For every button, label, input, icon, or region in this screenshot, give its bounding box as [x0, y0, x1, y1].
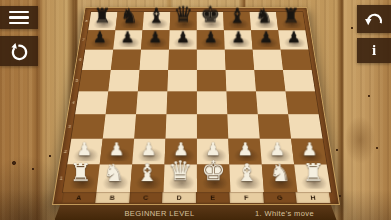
square-h7[interactable]: ♟: [278, 30, 308, 49]
square-a5[interactable]: [78, 70, 110, 92]
square-e5[interactable]: [196, 70, 226, 92]
difficulty-level-label: BEGINNER LEVEL: [124, 208, 194, 217]
square-d7[interactable]: ♟: [168, 30, 196, 49]
move-indicator-label: 1. White's move: [255, 208, 314, 217]
square-a6[interactable]: [82, 49, 113, 69]
black-knight[interactable]: ♞: [250, 6, 277, 26]
file-label-f: F: [229, 192, 263, 203]
file-label-d: D: [162, 192, 196, 203]
chess-board: ♜♞♝♛♚♝♞♜♟♟♟♟♟♟♟♟♟♟♟♟♟♟♟♟♜♞♝♛♚♝♞♜ 8765432…: [52, 7, 340, 205]
file-labels: ABCDEFGH: [61, 192, 330, 203]
square-d3[interactable]: [165, 114, 196, 138]
black-rook[interactable]: ♜: [277, 6, 304, 26]
square-g4[interactable]: [255, 91, 287, 114]
square-g3[interactable]: [257, 114, 290, 138]
square-b3[interactable]: [102, 114, 135, 138]
hamburger-bar: [9, 16, 29, 19]
square-a3[interactable]: [71, 114, 105, 138]
square-d4[interactable]: [166, 91, 196, 114]
chess-app-screen: ♜♞♝♛♚♝♞♜♟♟♟♟♟♟♟♟♟♟♟♟♟♟♟♟♜♞♝♛♚♝♞♜ 8765432…: [0, 0, 391, 220]
menu-button[interactable]: [0, 6, 38, 29]
black-knight[interactable]: ♞: [115, 6, 142, 26]
file-label-b: B: [94, 192, 129, 203]
white-pawn[interactable]: ♟: [100, 140, 132, 158]
square-h3[interactable]: [288, 114, 322, 138]
black-queen[interactable]: ♛: [169, 4, 196, 26]
black-king[interactable]: ♚: [196, 4, 223, 26]
white-knight[interactable]: ♞: [97, 161, 130, 185]
white-knight[interactable]: ♞: [263, 161, 296, 185]
black-pawn[interactable]: ♟: [85, 29, 113, 44]
square-g1[interactable]: ♞: [261, 165, 297, 193]
square-d5[interactable]: [167, 70, 197, 92]
info-button[interactable]: i: [357, 38, 391, 63]
file-label-c: C: [128, 192, 162, 203]
square-a7[interactable]: ♟: [85, 30, 115, 49]
file-label-h: H: [295, 192, 330, 203]
white-rook[interactable]: ♜: [64, 161, 97, 185]
square-b4[interactable]: [105, 91, 137, 114]
undo-move-button[interactable]: [357, 5, 391, 33]
square-h4[interactable]: [285, 91, 318, 114]
square-g7[interactable]: ♟: [251, 30, 280, 49]
black-pawn[interactable]: ♟: [252, 29, 280, 44]
hamburger-bar: [9, 22, 29, 25]
square-h6[interactable]: [280, 49, 311, 69]
white-pawn[interactable]: ♟: [293, 140, 325, 158]
white-bishop[interactable]: ♝: [130, 161, 163, 185]
black-pawn[interactable]: ♟: [196, 29, 224, 44]
square-e6[interactable]: [196, 49, 225, 69]
hamburger-menu-icon: [9, 11, 29, 25]
black-rook[interactable]: ♜: [88, 6, 115, 26]
rotate-board-button[interactable]: [0, 36, 38, 66]
file-label-g: G: [262, 192, 297, 203]
white-pawn[interactable]: ♟: [261, 140, 293, 158]
square-h1[interactable]: ♜: [294, 165, 331, 193]
square-c7[interactable]: ♟: [141, 30, 170, 49]
square-c5[interactable]: [137, 70, 167, 92]
status-bar: BEGINNER LEVEL 1. White's move: [55, 205, 337, 220]
square-a4[interactable]: [75, 91, 108, 114]
square-f3[interactable]: [227, 114, 259, 138]
square-c3[interactable]: [134, 114, 166, 138]
black-pawn[interactable]: ♟: [279, 29, 307, 44]
square-c6[interactable]: [139, 49, 168, 69]
white-king[interactable]: ♚: [196, 158, 229, 185]
square-e7[interactable]: ♟: [196, 30, 224, 49]
black-pawn[interactable]: ♟: [169, 29, 197, 44]
square-b6[interactable]: [110, 49, 140, 69]
square-b7[interactable]: ♟: [113, 30, 142, 49]
square-f1[interactable]: ♝: [229, 165, 264, 193]
white-pawn[interactable]: ♟: [68, 140, 100, 158]
black-pawn[interactable]: ♟: [224, 29, 252, 44]
undo-move-icon: [364, 9, 385, 30]
board-grid: ♜♞♝♛♚♝♞♜♟♟♟♟♟♟♟♟♟♟♟♟♟♟♟♟♜♞♝♛♚♝♞♜: [62, 12, 330, 192]
square-e1[interactable]: ♚: [196, 165, 230, 193]
square-d1[interactable]: ♛: [163, 165, 196, 193]
square-c1[interactable]: ♝: [129, 165, 164, 193]
white-pawn[interactable]: ♟: [132, 140, 164, 158]
square-e4[interactable]: [196, 91, 226, 114]
white-pawn[interactable]: ♟: [229, 140, 261, 158]
info-icon: i: [372, 43, 376, 58]
square-g5[interactable]: [254, 70, 285, 92]
white-rook[interactable]: ♜: [296, 161, 329, 185]
square-f6[interactable]: [224, 49, 254, 69]
square-d6[interactable]: [168, 49, 197, 69]
square-b1[interactable]: ♞: [96, 165, 132, 193]
black-pawn[interactable]: ♟: [113, 29, 141, 44]
rotate-board-icon: [9, 41, 30, 62]
white-queen[interactable]: ♛: [163, 158, 196, 185]
hamburger-bar: [9, 11, 29, 14]
square-f5[interactable]: [225, 70, 255, 92]
square-f7[interactable]: ♟: [223, 30, 252, 49]
black-pawn[interactable]: ♟: [141, 29, 169, 44]
square-g6[interactable]: [252, 49, 282, 69]
black-bishop[interactable]: ♝: [223, 6, 250, 26]
white-bishop[interactable]: ♝: [230, 161, 263, 185]
square-c4[interactable]: [136, 91, 167, 114]
file-label-e: E: [196, 192, 230, 203]
file-label-a: A: [61, 192, 96, 203]
square-f4[interactable]: [226, 91, 257, 114]
square-a1[interactable]: ♜: [62, 165, 99, 193]
square-b5[interactable]: [108, 70, 139, 92]
square-h5[interactable]: [282, 70, 314, 92]
square-e3[interactable]: [196, 114, 227, 138]
black-bishop[interactable]: ♝: [142, 6, 169, 26]
